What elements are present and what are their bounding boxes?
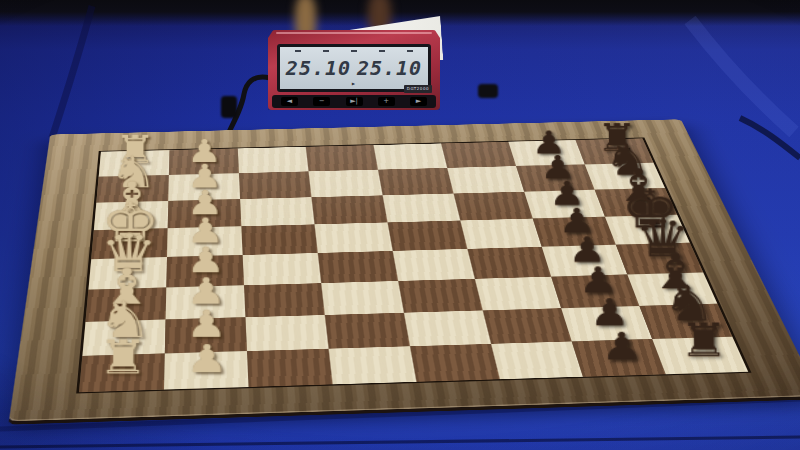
square-d4[interactable] <box>318 251 398 283</box>
square-a6[interactable] <box>491 341 583 379</box>
square-d6[interactable] <box>467 247 551 279</box>
square-a2[interactable]: ♟ <box>164 351 248 389</box>
square-f6[interactable] <box>454 192 533 221</box>
square-a4[interactable] <box>329 346 417 384</box>
piece-bP-a7[interactable]: ♟ <box>600 327 642 365</box>
square-h4[interactable] <box>306 145 378 171</box>
square-a3[interactable] <box>247 349 333 387</box>
lcd-mode-ticks <box>295 50 416 52</box>
clock-button-row: ◄ − ►| + ► <box>272 95 436 108</box>
square-h3[interactable] <box>238 147 309 173</box>
left-time-display: 25.10 <box>286 56 351 80</box>
square-h6[interactable] <box>441 142 516 168</box>
stage-backdrop <box>0 0 800 26</box>
square-e5[interactable] <box>388 220 468 250</box>
table-seam <box>0 437 800 447</box>
scene: 25.10 25.10 ▸ DGT2000 ◄ − ►| + ► ♜♟♟♜♞♟♟… <box>0 0 800 450</box>
square-f4[interactable] <box>311 195 387 224</box>
square-c5[interactable] <box>398 279 483 313</box>
square-a7[interactable]: ♟ <box>572 339 666 377</box>
square-b6[interactable] <box>483 308 572 344</box>
clock-forward-button[interactable]: ► <box>410 97 427 106</box>
square-e3[interactable] <box>241 224 318 255</box>
board-frame: ♜♟♟♜♞♟♟♞♝♟♟♝♚♟♟♚♛♟♟♛♝♟♟♝♞♟♟♞♜♟♟♜ <box>9 119 800 421</box>
clock-plus-button[interactable]: + <box>378 97 395 106</box>
clock-brand-label: DGT2000 <box>404 85 432 93</box>
square-a5[interactable] <box>410 344 500 382</box>
move-indicator-icon: ▸ <box>351 80 357 88</box>
square-b4[interactable] <box>325 313 410 349</box>
square-d3[interactable] <box>243 253 322 285</box>
piece-wR-a1[interactable]: ♜ <box>97 333 148 380</box>
chess-board: ♜♟♟♜♞♟♟♞♝♟♟♝♚♟♟♚♛♟♟♛♝♟♟♝♞♟♟♞♜♟♟♜ <box>9 119 800 421</box>
cable-connector-right <box>478 84 498 98</box>
square-a8[interactable]: ♜ <box>652 337 748 374</box>
square-f5[interactable] <box>383 194 461 223</box>
square-c4[interactable] <box>321 281 404 315</box>
square-c6[interactable] <box>475 277 561 311</box>
cable-connector-left <box>221 96 237 118</box>
square-b5[interactable] <box>404 310 491 346</box>
clock-minus-button[interactable]: − <box>313 97 330 106</box>
cloth-sheen-right <box>690 20 794 132</box>
board-grid: ♜♟♟♜♞♟♟♞♝♟♟♝♚♟♟♚♛♟♟♛♝♟♟♝♞♟♟♞♜♟♟♜ <box>76 138 751 394</box>
piece-wP-a2[interactable]: ♟ <box>185 339 227 377</box>
square-b3[interactable] <box>245 315 328 351</box>
blue-table-cable <box>740 118 800 158</box>
clock-playpause-button[interactable]: ►| <box>346 97 363 106</box>
square-g3[interactable] <box>239 171 312 199</box>
right-time-display: 25.10 <box>357 56 422 80</box>
square-e6[interactable] <box>460 219 541 249</box>
square-d5[interactable] <box>393 249 475 281</box>
square-f3[interactable] <box>240 197 315 226</box>
square-g6[interactable] <box>447 166 524 193</box>
piece-bR-a8[interactable]: ♜ <box>678 317 729 363</box>
square-g4[interactable] <box>309 170 383 198</box>
square-e4[interactable] <box>315 222 393 253</box>
square-g5[interactable] <box>378 168 454 195</box>
square-a1[interactable]: ♜ <box>79 354 165 393</box>
chess-clock: 25.10 25.10 ▸ DGT2000 ◄ − ►| + ► <box>268 30 440 110</box>
square-c3[interactable] <box>244 283 325 317</box>
clock-back-button[interactable]: ◄ <box>281 97 298 106</box>
square-h5[interactable] <box>374 143 448 169</box>
